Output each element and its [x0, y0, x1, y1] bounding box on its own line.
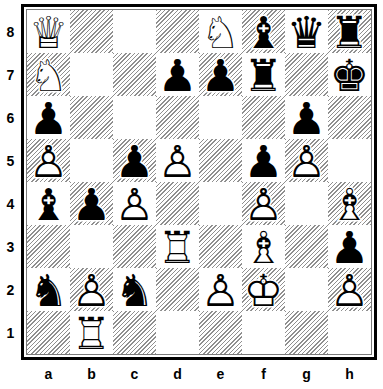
square-a1[interactable]: [27, 311, 70, 354]
piece-glyph: ♙: [156, 139, 199, 182]
piece-halo: ♟: [199, 53, 242, 96]
square-c7[interactable]: [113, 53, 156, 96]
square-f8[interactable]: ♝♝: [242, 10, 285, 53]
square-a6[interactable]: ♟♟: [27, 96, 70, 139]
rank-label-2: 2: [0, 268, 21, 311]
piece-halo: ♟: [285, 139, 328, 182]
piece-glyph: ♛: [285, 10, 328, 53]
square-f7[interactable]: ♜♜: [242, 53, 285, 96]
rank-label-3: 3: [0, 225, 21, 268]
piece-glyph: ♜: [242, 53, 285, 96]
piece-white-pawn[interactable]: ♟♙: [70, 268, 113, 311]
square-e5[interactable]: [199, 139, 242, 182]
square-g8[interactable]: ♛♛: [285, 10, 328, 53]
file-label-b: b: [70, 361, 113, 387]
file-label-f: f: [242, 361, 285, 387]
piece-black-pawn[interactable]: ♟♟: [156, 53, 199, 96]
piece-white-knight[interactable]: ♞♘: [27, 53, 70, 96]
piece-halo: ♜: [242, 53, 285, 96]
file-label-h: h: [328, 361, 371, 387]
piece-halo: ♟: [156, 139, 199, 182]
square-d6[interactable]: [156, 96, 199, 139]
square-h5[interactable]: [328, 139, 371, 182]
square-d3[interactable]: ♜♖: [156, 225, 199, 268]
square-g5[interactable]: ♟♙: [285, 139, 328, 182]
chess-diagram: 87654321 ♛♕♞♘♝♝♛♛♜♜♞♘♟♟♟♟♜♜♚♚♟♟♟♟♟♙♟♟♟♙♟…: [0, 0, 383, 389]
piece-glyph: ♝: [242, 10, 285, 53]
piece-glyph: ♙: [113, 182, 156, 225]
piece-white-pawn[interactable]: ♟♙: [156, 139, 199, 182]
square-h2[interactable]: ♟♙: [328, 268, 371, 311]
piece-halo: ♞: [27, 53, 70, 96]
piece-halo: ♟: [27, 139, 70, 182]
square-e8[interactable]: ♞♘: [199, 10, 242, 53]
piece-glyph: ♖: [70, 311, 113, 354]
square-e4[interactable]: [199, 182, 242, 225]
square-d8[interactable]: [156, 10, 199, 53]
square-e6[interactable]: [199, 96, 242, 139]
piece-glyph: ♗: [242, 225, 285, 268]
square-b1[interactable]: ♜♖: [70, 311, 113, 354]
square-g3[interactable]: [285, 225, 328, 268]
rank-labels: 87654321: [0, 10, 21, 354]
piece-halo: ♟: [27, 96, 70, 139]
piece-black-rook[interactable]: ♜♜: [328, 10, 371, 53]
piece-halo: ♛: [27, 10, 70, 53]
square-a2[interactable]: ♞♞: [27, 268, 70, 311]
piece-halo: ♟: [70, 268, 113, 311]
square-h4[interactable]: ♝♗: [328, 182, 371, 225]
piece-black-pawn[interactable]: ♟♟: [27, 96, 70, 139]
square-e1[interactable]: [199, 311, 242, 354]
square-f2[interactable]: ♚♔: [242, 268, 285, 311]
square-h6[interactable]: [328, 96, 371, 139]
piece-glyph: ♙: [27, 139, 70, 182]
chess-board: ♛♕♞♘♝♝♛♛♜♜♞♘♟♟♟♟♜♜♚♚♟♟♟♟♟♙♟♟♟♙♟♟♟♙♝♝♟♟♟♙…: [21, 4, 377, 360]
piece-halo: ♟: [242, 182, 285, 225]
piece-glyph: ♞: [27, 268, 70, 311]
square-g6[interactable]: ♟♟: [285, 96, 328, 139]
square-h8[interactable]: ♜♜: [328, 10, 371, 53]
square-c6[interactable]: [113, 96, 156, 139]
piece-halo: ♟: [113, 139, 156, 182]
piece-white-pawn[interactable]: ♟♙: [328, 268, 371, 311]
piece-halo: ♜: [156, 225, 199, 268]
piece-halo: ♝: [242, 225, 285, 268]
square-c2[interactable]: ♞♞: [113, 268, 156, 311]
piece-halo: ♟: [156, 53, 199, 96]
square-c8[interactable]: [113, 10, 156, 53]
rank-label-8: 8: [0, 10, 21, 53]
square-b2[interactable]: ♟♙: [70, 268, 113, 311]
piece-halo: ♚: [328, 53, 371, 96]
piece-black-knight[interactable]: ♞♞: [27, 268, 70, 311]
rank-label-5: 5: [0, 139, 21, 182]
piece-glyph: ♗: [328, 182, 371, 225]
piece-glyph: ♜: [328, 10, 371, 53]
square-d5[interactable]: ♟♙: [156, 139, 199, 182]
piece-halo: ♟: [285, 96, 328, 139]
piece-white-pawn[interactable]: ♟♙: [113, 182, 156, 225]
piece-white-queen[interactable]: ♛♕: [27, 10, 70, 53]
piece-halo: ♜: [70, 311, 113, 354]
piece-glyph: ♙: [70, 268, 113, 311]
square-b6[interactable]: [70, 96, 113, 139]
square-d1[interactable]: [156, 311, 199, 354]
piece-black-pawn[interactable]: ♟♟: [328, 225, 371, 268]
piece-glyph: ♘: [199, 10, 242, 53]
square-c1[interactable]: [113, 311, 156, 354]
piece-glyph: ♔: [242, 268, 285, 311]
square-h1[interactable]: [328, 311, 371, 354]
piece-black-pawn[interactable]: ♟♟: [242, 139, 285, 182]
piece-glyph: ♟: [27, 96, 70, 139]
piece-black-king[interactable]: ♚♚: [328, 53, 371, 96]
piece-glyph: ♟: [199, 53, 242, 96]
square-d4[interactable]: [156, 182, 199, 225]
square-g7[interactable]: [285, 53, 328, 96]
piece-glyph: ♙: [328, 268, 371, 311]
piece-white-bishop[interactable]: ♝♗: [242, 225, 285, 268]
square-f5[interactable]: ♟♟: [242, 139, 285, 182]
piece-black-pawn[interactable]: ♟♟: [199, 53, 242, 96]
square-g2[interactable]: [285, 268, 328, 311]
piece-glyph: ♚: [328, 53, 371, 96]
piece-glyph: ♟: [285, 96, 328, 139]
square-c3[interactable]: [113, 225, 156, 268]
square-b8[interactable]: [70, 10, 113, 53]
piece-white-rook[interactable]: ♜♖: [156, 225, 199, 268]
piece-glyph: ♟: [70, 182, 113, 225]
square-a7[interactable]: ♞♘: [27, 53, 70, 96]
square-b4[interactable]: ♟♟: [70, 182, 113, 225]
square-f1[interactable]: [242, 311, 285, 354]
square-a8[interactable]: ♛♕: [27, 10, 70, 53]
square-a3[interactable]: [27, 225, 70, 268]
file-label-g: g: [285, 361, 328, 387]
square-d2[interactable]: [156, 268, 199, 311]
square-a4[interactable]: ♝♝: [27, 182, 70, 225]
piece-white-rook[interactable]: ♜♖: [70, 311, 113, 354]
square-d7[interactable]: ♟♟: [156, 53, 199, 96]
piece-halo: ♟: [199, 268, 242, 311]
piece-white-pawn[interactable]: ♟♙: [199, 268, 242, 311]
rank-label-6: 6: [0, 96, 21, 139]
piece-glyph: ♟: [156, 53, 199, 96]
piece-halo: ♟: [328, 268, 371, 311]
square-f3[interactable]: ♝♗: [242, 225, 285, 268]
piece-black-bishop[interactable]: ♝♝: [242, 10, 285, 53]
square-h7[interactable]: ♚♚: [328, 53, 371, 96]
piece-halo: ♟: [328, 225, 371, 268]
piece-glyph: ♟: [113, 139, 156, 182]
square-c4[interactable]: ♟♙: [113, 182, 156, 225]
square-b5[interactable]: [70, 139, 113, 182]
piece-halo: ♝: [242, 10, 285, 53]
piece-glyph: ♟: [328, 225, 371, 268]
piece-halo: ♝: [328, 182, 371, 225]
square-b7[interactable]: [70, 53, 113, 96]
piece-halo: ♚: [242, 268, 285, 311]
piece-black-pawn[interactable]: ♟♟: [70, 182, 113, 225]
square-e2[interactable]: ♟♙: [199, 268, 242, 311]
square-e3[interactable]: [199, 225, 242, 268]
piece-black-knight[interactable]: ♞♞: [113, 268, 156, 311]
piece-black-rook[interactable]: ♜♜: [242, 53, 285, 96]
square-h3[interactable]: ♟♟: [328, 225, 371, 268]
piece-glyph: ♘: [27, 53, 70, 96]
piece-halo: ♜: [328, 10, 371, 53]
piece-black-pawn[interactable]: ♟♟: [113, 139, 156, 182]
piece-black-queen[interactable]: ♛♛: [285, 10, 328, 53]
piece-black-bishop[interactable]: ♝♝: [27, 182, 70, 225]
file-label-e: e: [199, 361, 242, 387]
piece-halo: ♟: [242, 139, 285, 182]
board-grid: ♛♕♞♘♝♝♛♛♜♜♞♘♟♟♟♟♜♜♚♚♟♟♟♟♟♙♟♟♟♙♟♟♟♙♝♝♟♟♟♙…: [27, 10, 371, 354]
file-labels: abcdefgh: [27, 361, 371, 387]
square-g4[interactable]: [285, 182, 328, 225]
file-label-a: a: [27, 361, 70, 387]
rank-label-1: 1: [0, 311, 21, 354]
piece-glyph: ♙: [199, 268, 242, 311]
piece-black-pawn[interactable]: ♟♟: [285, 96, 328, 139]
piece-halo: ♞: [199, 10, 242, 53]
file-label-d: d: [156, 361, 199, 387]
piece-glyph: ♞: [113, 268, 156, 311]
rank-label-7: 7: [0, 53, 21, 96]
piece-glyph: ♟: [242, 139, 285, 182]
piece-white-pawn[interactable]: ♟♙: [285, 139, 328, 182]
piece-white-pawn[interactable]: ♟♙: [242, 182, 285, 225]
piece-white-king[interactable]: ♚♔: [242, 268, 285, 311]
piece-halo: ♞: [113, 268, 156, 311]
file-label-c: c: [113, 361, 156, 387]
square-a5[interactable]: ♟♙: [27, 139, 70, 182]
square-f6[interactable]: [242, 96, 285, 139]
piece-halo: ♛: [285, 10, 328, 53]
square-c5[interactable]: ♟♟: [113, 139, 156, 182]
square-b3[interactable]: [70, 225, 113, 268]
square-g1[interactable]: [285, 311, 328, 354]
piece-white-pawn[interactable]: ♟♙: [27, 139, 70, 182]
piece-glyph: ♙: [242, 182, 285, 225]
piece-white-knight[interactable]: ♞♘: [199, 10, 242, 53]
piece-white-bishop[interactable]: ♝♗: [328, 182, 371, 225]
rank-label-4: 4: [0, 182, 21, 225]
square-f4[interactable]: ♟♙: [242, 182, 285, 225]
piece-glyph: ♙: [285, 139, 328, 182]
piece-halo: ♞: [27, 268, 70, 311]
piece-glyph: ♕: [27, 10, 70, 53]
piece-halo: ♟: [70, 182, 113, 225]
piece-halo: ♟: [113, 182, 156, 225]
piece-glyph: ♝: [27, 182, 70, 225]
piece-glyph: ♖: [156, 225, 199, 268]
board-frame: ♛♕♞♘♝♝♛♛♜♜♞♘♟♟♟♟♜♜♚♚♟♟♟♟♟♙♟♟♟♙♟♟♟♙♝♝♟♟♟♙…: [26, 9, 372, 355]
piece-halo: ♝: [27, 182, 70, 225]
square-e7[interactable]: ♟♟: [199, 53, 242, 96]
